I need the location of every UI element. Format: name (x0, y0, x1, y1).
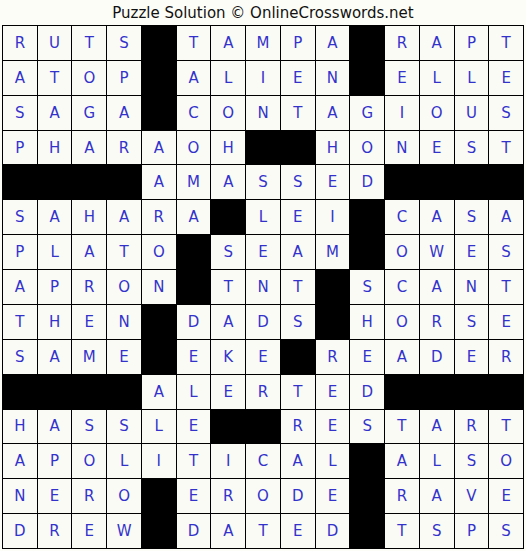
letter-cell-r14c12: R (385, 479, 419, 513)
letter-cell-r14c3: R (72, 479, 106, 513)
letter-cell-r1c15: T (489, 26, 523, 60)
letter-cell-r13c4: L (107, 444, 141, 478)
letter-cell-r14c4: O (107, 479, 141, 513)
block-cell-r11c12 (385, 375, 419, 409)
letter-cell-r14c14: V (455, 479, 489, 513)
letter-cell-r8c4: O (107, 270, 141, 304)
letter-cell-r8c1: A (3, 270, 37, 304)
letter-cell-r3c13: O (420, 96, 454, 130)
block-cell-r5c13 (420, 165, 454, 199)
letter-cell-r15c1: D (3, 514, 37, 548)
letter-cell-r12c13: A (420, 410, 454, 444)
block-cell-r9c10 (316, 305, 350, 339)
letter-cell-r6c12: C (385, 200, 419, 234)
letter-cell-r1c1: R (3, 26, 37, 60)
letter-cell-r6c2: A (38, 200, 72, 234)
letter-cell-r5c11: D (350, 165, 384, 199)
letter-cell-r5c8: S (246, 165, 280, 199)
letter-cell-r2c15: E (489, 61, 523, 95)
letter-cell-r9c14: S (455, 305, 489, 339)
block-cell-r10c9 (281, 340, 315, 374)
letter-cell-r7c12: O (385, 235, 419, 269)
letter-cell-r9c2: H (38, 305, 72, 339)
letter-cell-r8c2: P (38, 270, 72, 304)
letter-cell-r9c15: E (489, 305, 523, 339)
letter-cell-r10c4: E (107, 340, 141, 374)
block-cell-r12c7 (211, 410, 245, 444)
letter-cell-r9c11: H (350, 305, 384, 339)
letter-cell-r4c12: N (385, 131, 419, 165)
block-cell-r11c4 (107, 375, 141, 409)
letter-cell-r12c11: S (350, 410, 384, 444)
letter-cell-r4c2: H (38, 131, 72, 165)
letter-cell-r9c13: R (420, 305, 454, 339)
letter-cell-r13c12: A (385, 444, 419, 478)
letter-cell-r1c9: P (281, 26, 315, 60)
block-cell-r11c14 (455, 375, 489, 409)
letter-cell-r6c13: A (420, 200, 454, 234)
letter-cell-r13c7: I (211, 444, 245, 478)
letter-cell-r10c15: R (489, 340, 523, 374)
letter-cell-r15c4: W (107, 514, 141, 548)
letter-cell-r6c5: R (142, 200, 176, 234)
block-cell-r7c6 (177, 235, 211, 269)
block-cell-r10c5 (142, 340, 176, 374)
letter-cell-r13c9: A (281, 444, 315, 478)
letter-cell-r9c1: T (3, 305, 37, 339)
letter-cell-r6c15: A (489, 200, 523, 234)
letter-cell-r14c15: E (489, 479, 523, 513)
letter-cell-r6c6: A (177, 200, 211, 234)
letter-cell-r12c9: R (281, 410, 315, 444)
letter-cell-r2c3: O (72, 61, 106, 95)
letter-cell-r2c2: T (38, 61, 72, 95)
letter-cell-r5c5: A (142, 165, 176, 199)
letter-cell-r10c1: S (3, 340, 37, 374)
block-cell-r11c2 (38, 375, 72, 409)
letter-cell-r13c13: L (420, 444, 454, 478)
letter-cell-r14c9: D (281, 479, 315, 513)
letter-cell-r15c14: P (455, 514, 489, 548)
letter-cell-r3c1: S (3, 96, 37, 130)
letter-cell-r15c3: E (72, 514, 106, 548)
block-cell-r11c13 (420, 375, 454, 409)
letter-cell-r14c10: E (316, 479, 350, 513)
letter-cell-r11c9: T (281, 375, 315, 409)
letter-cell-r5c10: E (316, 165, 350, 199)
letter-cell-r8c14: N (455, 270, 489, 304)
letter-cell-r11c11: D (350, 375, 384, 409)
letter-cell-r2c10: N (316, 61, 350, 95)
letter-cell-r1c7: A (211, 26, 245, 60)
letter-cell-r4c4: R (107, 131, 141, 165)
block-cell-r11c15 (489, 375, 523, 409)
letter-cell-r1c3: T (72, 26, 106, 60)
letter-cell-r1c10: A (316, 26, 350, 60)
letter-cell-r14c1: N (3, 479, 37, 513)
letter-cell-r12c3: S (72, 410, 106, 444)
letter-cell-r2c7: L (211, 61, 245, 95)
letter-cell-r12c6: E (177, 410, 211, 444)
letter-cell-r4c13: E (420, 131, 454, 165)
letter-cell-r13c1: A (3, 444, 37, 478)
letter-cell-r13c3: O (72, 444, 106, 478)
letter-cell-r1c14: P (455, 26, 489, 60)
letter-cell-r12c1: H (3, 410, 37, 444)
letter-cell-r3c12: I (385, 96, 419, 130)
letter-cell-r3c8: N (246, 96, 280, 130)
block-cell-r5c1 (3, 165, 37, 199)
block-cell-r5c3 (72, 165, 106, 199)
letter-cell-r2c6: A (177, 61, 211, 95)
letter-cell-r1c6: T (177, 26, 211, 60)
letter-cell-r7c2: L (38, 235, 72, 269)
letter-cell-r7c4: T (107, 235, 141, 269)
block-cell-r15c11 (350, 514, 384, 548)
letter-cell-r8c9: T (281, 270, 315, 304)
block-cell-r9c5 (142, 305, 176, 339)
block-cell-r5c14 (455, 165, 489, 199)
page-title: Puzzle Solution © OnlineCrosswords.net (0, 0, 526, 25)
letter-cell-r6c3: H (72, 200, 106, 234)
letter-cell-r10c8: E (246, 340, 280, 374)
block-cell-r13c11 (350, 444, 384, 478)
letter-cell-r11c6: L (177, 375, 211, 409)
letter-cell-r10c3: M (72, 340, 106, 374)
block-cell-r5c15 (489, 165, 523, 199)
letter-cell-r7c14: E (455, 235, 489, 269)
letter-cell-r5c9: S (281, 165, 315, 199)
letter-cell-r9c8: D (246, 305, 280, 339)
letter-cell-r3c10: A (316, 96, 350, 130)
block-cell-r7c11 (350, 235, 384, 269)
letter-cell-r4c6: O (177, 131, 211, 165)
letter-cell-r1c2: U (38, 26, 72, 60)
letter-cell-r7c3: A (72, 235, 106, 269)
letter-cell-r15c2: R (38, 514, 72, 548)
letter-cell-r8c8: N (246, 270, 280, 304)
letter-cell-r7c5: O (142, 235, 176, 269)
block-cell-r6c7 (211, 200, 245, 234)
block-cell-r15c5 (142, 514, 176, 548)
letter-cell-r10c6: E (177, 340, 211, 374)
letter-cell-r3c14: U (455, 96, 489, 130)
letter-cell-r14c6: E (177, 479, 211, 513)
letter-cell-r2c8: I (246, 61, 280, 95)
letter-cell-r15c6: D (177, 514, 211, 548)
block-cell-r1c11 (350, 26, 384, 60)
letter-cell-r10c14: E (455, 340, 489, 374)
letter-cell-r13c6: T (177, 444, 211, 478)
letter-cell-r8c12: C (385, 270, 419, 304)
letter-cell-r8c15: T (489, 270, 523, 304)
block-cell-r14c5 (142, 479, 176, 513)
letter-cell-r3c11: G (350, 96, 384, 130)
letter-cell-r8c11: S (350, 270, 384, 304)
letter-cell-r11c5: A (142, 375, 176, 409)
letter-cell-r3c3: G (72, 96, 106, 130)
letter-cell-r4c7: H (211, 131, 245, 165)
letter-cell-r5c7: A (211, 165, 245, 199)
letter-cell-r15c7: A (211, 514, 245, 548)
letter-cell-r14c7: R (211, 479, 245, 513)
letter-cell-r15c8: T (246, 514, 280, 548)
letter-cell-r1c13: A (420, 26, 454, 60)
letter-cell-r13c8: C (246, 444, 280, 478)
letter-cell-r7c10: M (316, 235, 350, 269)
letter-cell-r10c11: E (350, 340, 384, 374)
letter-cell-r1c8: M (246, 26, 280, 60)
letter-cell-r4c3: A (72, 131, 106, 165)
letter-cell-r4c10: H (316, 131, 350, 165)
block-cell-r8c6 (177, 270, 211, 304)
letter-cell-r2c4: P (107, 61, 141, 95)
block-cell-r11c1 (3, 375, 37, 409)
letter-cell-r9c6: D (177, 305, 211, 339)
letter-cell-r4c14: S (455, 131, 489, 165)
puzzle-solution-page: Puzzle Solution © OnlineCrosswords.net R… (0, 0, 526, 551)
letter-cell-r6c1: S (3, 200, 37, 234)
letter-cell-r9c4: N (107, 305, 141, 339)
letter-cell-r15c12: T (385, 514, 419, 548)
block-cell-r8c10 (316, 270, 350, 304)
letter-cell-r2c9: E (281, 61, 315, 95)
letter-cell-r3c4: A (107, 96, 141, 130)
letter-cell-r7c13: W (420, 235, 454, 269)
block-cell-r4c9 (281, 131, 315, 165)
letter-cell-r7c8: E (246, 235, 280, 269)
letter-cell-r11c10: E (316, 375, 350, 409)
block-cell-r1c5 (142, 26, 176, 60)
letter-cell-r3c9: T (281, 96, 315, 130)
block-cell-r5c4 (107, 165, 141, 199)
letter-cell-r9c12: O (385, 305, 419, 339)
letter-cell-r12c2: A (38, 410, 72, 444)
letter-cell-r8c13: A (420, 270, 454, 304)
letter-cell-r11c7: E (211, 375, 245, 409)
letter-cell-r10c13: D (420, 340, 454, 374)
letter-cell-r14c2: E (38, 479, 72, 513)
crossword-grid: RUTSTAMPARAPTATOPALIENELLESAGACONTAGIOUS… (2, 25, 524, 549)
block-cell-r14c11 (350, 479, 384, 513)
letter-cell-r10c7: K (211, 340, 245, 374)
letter-cell-r12c14: R (455, 410, 489, 444)
block-cell-r6c11 (350, 200, 384, 234)
letter-cell-r13c14: S (455, 444, 489, 478)
letter-cell-r6c8: L (246, 200, 280, 234)
letter-cell-r15c9: E (281, 514, 315, 548)
letter-cell-r2c14: L (455, 61, 489, 95)
letter-cell-r15c15: S (489, 514, 523, 548)
letter-cell-r6c10: I (316, 200, 350, 234)
letter-cell-r4c1: P (3, 131, 37, 165)
letter-cell-r8c3: R (72, 270, 106, 304)
letter-cell-r2c13: L (420, 61, 454, 95)
letter-cell-r3c15: S (489, 96, 523, 130)
letter-cell-r2c12: E (385, 61, 419, 95)
block-cell-r11c3 (72, 375, 106, 409)
letter-cell-r7c9: A (281, 235, 315, 269)
letter-cell-r14c13: A (420, 479, 454, 513)
letter-cell-r6c4: A (107, 200, 141, 234)
letter-cell-r6c9: E (281, 200, 315, 234)
letter-cell-r13c5: I (142, 444, 176, 478)
letter-cell-r2c1: A (3, 61, 37, 95)
letter-cell-r13c10: L (316, 444, 350, 478)
letter-cell-r8c5: N (142, 270, 176, 304)
letter-cell-r9c3: E (72, 305, 106, 339)
block-cell-r4c8 (246, 131, 280, 165)
block-cell-r5c2 (38, 165, 72, 199)
letter-cell-r5c6: M (177, 165, 211, 199)
letter-cell-r1c4: S (107, 26, 141, 60)
letter-cell-r7c7: S (211, 235, 245, 269)
letter-cell-r1c12: R (385, 26, 419, 60)
letter-cell-r11c8: R (246, 375, 280, 409)
letter-cell-r10c10: R (316, 340, 350, 374)
letter-cell-r10c12: A (385, 340, 419, 374)
letter-cell-r4c5: A (142, 131, 176, 165)
block-cell-r5c12 (385, 165, 419, 199)
letter-cell-r9c9: S (281, 305, 315, 339)
block-cell-r12c8 (246, 410, 280, 444)
letter-cell-r15c13: S (420, 514, 454, 548)
letter-cell-r7c1: P (3, 235, 37, 269)
letter-cell-r12c12: T (385, 410, 419, 444)
letter-cell-r12c4: S (107, 410, 141, 444)
block-cell-r2c5 (142, 61, 176, 95)
letter-cell-r14c8: O (246, 479, 280, 513)
letter-cell-r4c11: O (350, 131, 384, 165)
letter-cell-r13c15: O (489, 444, 523, 478)
letter-cell-r3c7: O (211, 96, 245, 130)
letter-cell-r10c2: A (38, 340, 72, 374)
letter-cell-r9c7: A (211, 305, 245, 339)
letter-cell-r12c10: E (316, 410, 350, 444)
letter-cell-r15c10: D (316, 514, 350, 548)
block-cell-r2c11 (350, 61, 384, 95)
block-cell-r3c5 (142, 96, 176, 130)
letter-cell-r12c5: L (142, 410, 176, 444)
letter-cell-r4c15: T (489, 131, 523, 165)
letter-cell-r3c2: A (38, 96, 72, 130)
letter-cell-r12c15: T (489, 410, 523, 444)
letter-cell-r8c7: T (211, 270, 245, 304)
letter-cell-r7c15: S (489, 235, 523, 269)
letter-cell-r6c14: S (455, 200, 489, 234)
letter-cell-r13c2: P (38, 444, 72, 478)
letter-cell-r3c6: C (177, 96, 211, 130)
